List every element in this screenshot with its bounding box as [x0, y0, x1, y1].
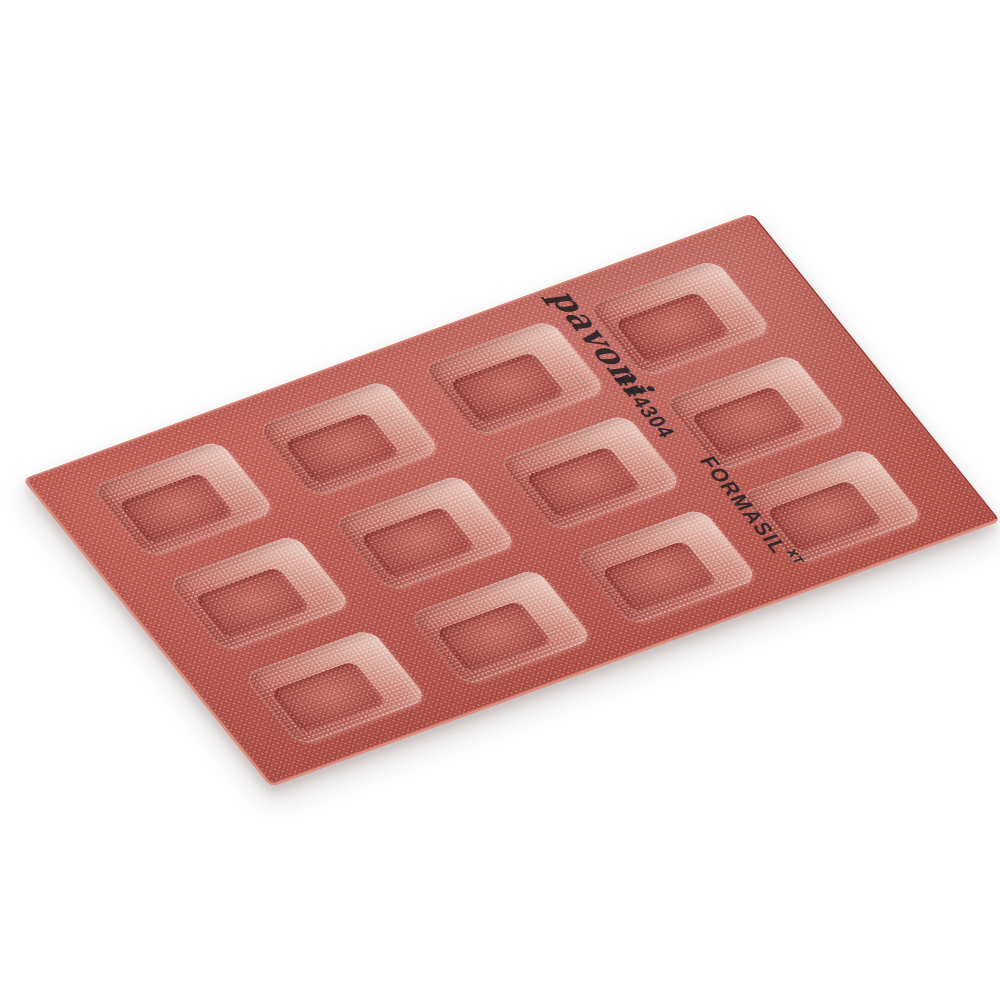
- mold-cavity: [407, 568, 594, 687]
- mold-cavity: [90, 440, 277, 559]
- mold-cavity: [331, 473, 518, 592]
- mold-cavity: [166, 534, 353, 653]
- mold-cavity: [242, 628, 429, 747]
- cavity-floor: [690, 385, 808, 458]
- mold-cavity: [255, 379, 442, 498]
- product-photo: pavoni FF4304 FORMASIL XT: [0, 0, 1000, 1000]
- cavity-floor: [448, 352, 566, 425]
- cavity-floor: [359, 506, 477, 579]
- cavity-floor: [524, 446, 642, 519]
- cavity-floor: [283, 412, 401, 485]
- mold-cavity: [573, 507, 760, 626]
- cavity-floor: [435, 600, 553, 673]
- mold-cavity: [662, 353, 849, 472]
- cavity-floor: [600, 540, 718, 613]
- silicone-mold-tray: pavoni FF4304 FORMASIL XT: [22, 213, 1000, 788]
- cavity-floor: [118, 472, 236, 545]
- cavity-floor: [194, 566, 312, 639]
- cavity-floor: [270, 661, 388, 734]
